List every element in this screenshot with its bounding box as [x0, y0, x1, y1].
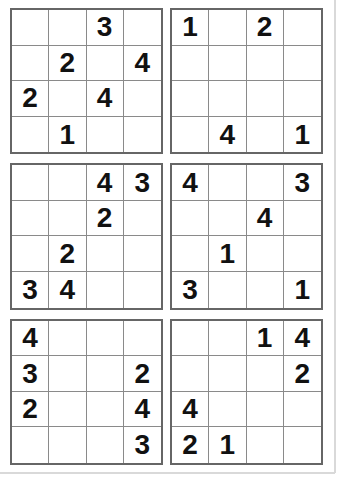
- cell-r2c2[interactable]: [209, 46, 246, 82]
- cell-r3c4[interactable]: [284, 81, 321, 117]
- cell-r2c2[interactable]: [49, 201, 86, 237]
- cell-r4c1[interactable]: 2: [172, 427, 209, 463]
- cell-r2c2[interactable]: [49, 356, 86, 392]
- cell-r3c2[interactable]: 1: [209, 236, 246, 272]
- sudoku-board-1: 324241: [10, 8, 163, 154]
- cell-r4c4[interactable]: [284, 427, 321, 463]
- cell-r2c3[interactable]: [87, 356, 124, 392]
- cell-r4c3[interactable]: [247, 427, 284, 463]
- cell-r4c3[interactable]: [87, 117, 124, 153]
- cell-r1c1[interactable]: 4: [172, 165, 209, 201]
- cell-r2c4[interactable]: 4: [124, 46, 161, 82]
- cell-r3c3[interactable]: [247, 236, 284, 272]
- cell-r1c4[interactable]: 3: [284, 165, 321, 201]
- cell-r1c2[interactable]: [209, 321, 246, 357]
- cell-r4c4[interactable]: 3: [124, 427, 161, 463]
- cell-r4c2[interactable]: [49, 427, 86, 463]
- cell-r3c1[interactable]: [172, 81, 209, 117]
- cell-r4c3[interactable]: [87, 427, 124, 463]
- cell-r2c1[interactable]: [172, 356, 209, 392]
- cell-r1c1[interactable]: [172, 321, 209, 357]
- cell-r4c1[interactable]: 3: [12, 272, 49, 308]
- cell-r1c3[interactable]: [247, 165, 284, 201]
- cell-r2c4[interactable]: [284, 201, 321, 237]
- cell-r3c2[interactable]: [209, 392, 246, 428]
- cell-r1c2[interactable]: [209, 165, 246, 201]
- sudoku-board-2: 1241: [170, 8, 323, 154]
- cell-r2c3[interactable]: [247, 356, 284, 392]
- cell-r4c2[interactable]: 4: [49, 272, 86, 308]
- cell-r3c1[interactable]: [172, 236, 209, 272]
- cell-r2c3[interactable]: [87, 46, 124, 82]
- cell-r1c3[interactable]: 3: [87, 10, 124, 46]
- cell-r4c4[interactable]: [124, 117, 161, 153]
- cell-r1c1[interactable]: 1: [172, 10, 209, 46]
- sudoku-board-3: 432234: [10, 163, 163, 309]
- cell-r2c2[interactable]: [209, 201, 246, 237]
- sudoku-board-4: 434131: [170, 163, 323, 309]
- cell-r3c2[interactable]: [49, 392, 86, 428]
- cell-r3c2[interactable]: [49, 81, 86, 117]
- cell-r4c1[interactable]: [172, 117, 209, 153]
- cell-r3c3[interactable]: 4: [87, 81, 124, 117]
- cell-r1c4[interactable]: [124, 321, 161, 357]
- cell-r3c4[interactable]: [284, 392, 321, 428]
- cell-r1c3[interactable]: 2: [247, 10, 284, 46]
- cell-r2c1[interactable]: [172, 201, 209, 237]
- cell-r3c4[interactable]: 4: [124, 392, 161, 428]
- cell-r4c4[interactable]: [124, 272, 161, 308]
- cell-r2c4[interactable]: 2: [284, 356, 321, 392]
- cell-r1c3[interactable]: 1: [247, 321, 284, 357]
- cell-r3c3[interactable]: [87, 236, 124, 272]
- cell-r2c4[interactable]: 2: [124, 356, 161, 392]
- sudoku-board-6: 142421: [170, 319, 323, 465]
- cell-r1c4[interactable]: 4: [284, 321, 321, 357]
- cell-r2c2[interactable]: 2: [49, 46, 86, 82]
- cell-r3c1[interactable]: [12, 236, 49, 272]
- cell-r4c3[interactable]: [247, 272, 284, 308]
- cell-r1c3[interactable]: [87, 321, 124, 357]
- cell-r4c4[interactable]: 1: [284, 117, 321, 153]
- cell-r3c3[interactable]: [87, 392, 124, 428]
- cell-r4c1[interactable]: 3: [172, 272, 209, 308]
- cell-r4c3[interactable]: [247, 117, 284, 153]
- cell-r2c1[interactable]: [12, 46, 49, 82]
- sudoku-sheet: 324241 1241 432234 434131 432243 142421: [10, 8, 323, 465]
- cell-r2c4[interactable]: [284, 46, 321, 82]
- cell-r3c2[interactable]: 2: [49, 236, 86, 272]
- cell-r4c2[interactable]: 1: [49, 117, 86, 153]
- cell-r2c1[interactable]: [12, 201, 49, 237]
- cell-r3c1[interactable]: 4: [172, 392, 209, 428]
- cell-r1c4[interactable]: [284, 10, 321, 46]
- cell-r3c3[interactable]: [247, 81, 284, 117]
- cell-r2c3[interactable]: [247, 46, 284, 82]
- cell-r3c1[interactable]: 2: [12, 392, 49, 428]
- cell-r1c4[interactable]: [124, 10, 161, 46]
- cell-r2c2[interactable]: [209, 356, 246, 392]
- page-right-edge: [334, 0, 336, 473]
- cell-r3c4[interactable]: [284, 236, 321, 272]
- cell-r3c1[interactable]: 2: [12, 81, 49, 117]
- cell-r4c1[interactable]: [12, 427, 49, 463]
- cell-r4c2[interactable]: 1: [209, 427, 246, 463]
- cell-r2c4[interactable]: [124, 201, 161, 237]
- cell-r1c2[interactable]: [49, 321, 86, 357]
- cell-r1c4[interactable]: 3: [124, 165, 161, 201]
- cell-r4c4[interactable]: 1: [284, 272, 321, 308]
- sudoku-board-5: 432243: [10, 319, 163, 465]
- cell-r4c3[interactable]: [87, 272, 124, 308]
- cell-r3c3[interactable]: [247, 392, 284, 428]
- cell-r4c2[interactable]: [209, 272, 246, 308]
- cell-r1c2[interactable]: [49, 165, 86, 201]
- cell-r3c4[interactable]: [124, 81, 161, 117]
- cell-r4c2[interactable]: 4: [209, 117, 246, 153]
- cell-r4c1[interactable]: [12, 117, 49, 153]
- page-bottom-edge: [0, 472, 335, 474]
- cell-r2c3[interactable]: 2: [87, 201, 124, 237]
- cell-r1c1[interactable]: [12, 10, 49, 46]
- cell-r1c2[interactable]: [209, 10, 246, 46]
- cell-r2c3[interactable]: 4: [247, 201, 284, 237]
- cell-r3c4[interactable]: [124, 236, 161, 272]
- cell-r1c1[interactable]: 4: [12, 321, 49, 357]
- cell-r1c2[interactable]: [49, 10, 86, 46]
- cell-r1c1[interactable]: [12, 165, 49, 201]
- cell-r2c1[interactable]: 3: [12, 356, 49, 392]
- cell-r3c2[interactable]: [209, 81, 246, 117]
- cell-r1c3[interactable]: 4: [87, 165, 124, 201]
- cell-r2c1[interactable]: [172, 46, 209, 82]
